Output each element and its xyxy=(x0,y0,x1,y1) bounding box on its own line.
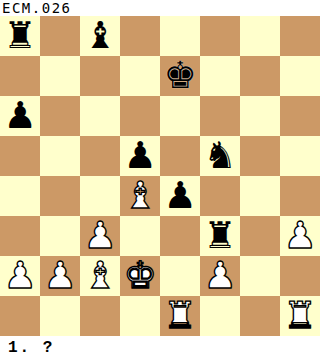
square-c4[interactable] xyxy=(80,176,120,216)
black-pawn[interactable]: ♟ xyxy=(123,137,156,174)
black-bishop[interactable]: ♝ xyxy=(83,17,116,54)
square-f8[interactable] xyxy=(200,16,240,56)
square-c7[interactable] xyxy=(80,56,120,96)
square-d8[interactable] xyxy=(120,16,160,56)
square-g8[interactable] xyxy=(240,16,280,56)
square-c2[interactable]: ♝ xyxy=(80,256,120,296)
white-pawn[interactable]: ♟ xyxy=(43,257,76,294)
move-prompt: 1. ? xyxy=(0,336,320,360)
square-g5[interactable] xyxy=(240,136,280,176)
square-h5[interactable] xyxy=(280,136,320,176)
white-king[interactable]: ♚ xyxy=(123,257,156,294)
square-d2[interactable]: ♚ xyxy=(120,256,160,296)
square-c5[interactable] xyxy=(80,136,120,176)
square-g1[interactable] xyxy=(240,296,280,336)
square-b5[interactable] xyxy=(40,136,80,176)
square-a4[interactable] xyxy=(0,176,40,216)
white-rook[interactable]: ♜ xyxy=(163,297,196,334)
square-b8[interactable] xyxy=(40,16,80,56)
square-h4[interactable] xyxy=(280,176,320,216)
square-e3[interactable] xyxy=(160,216,200,256)
square-f7[interactable] xyxy=(200,56,240,96)
square-c6[interactable] xyxy=(80,96,120,136)
square-b1[interactable] xyxy=(40,296,80,336)
square-e8[interactable] xyxy=(160,16,200,56)
square-f3[interactable]: ♜ xyxy=(200,216,240,256)
black-rook[interactable]: ♜ xyxy=(3,17,36,54)
square-d4[interactable]: ♝ xyxy=(120,176,160,216)
black-king[interactable]: ♚ xyxy=(163,57,196,94)
square-f5[interactable]: ♞ xyxy=(200,136,240,176)
square-h7[interactable] xyxy=(280,56,320,96)
square-b6[interactable] xyxy=(40,96,80,136)
square-e5[interactable] xyxy=(160,136,200,176)
square-d6[interactable] xyxy=(120,96,160,136)
square-d7[interactable] xyxy=(120,56,160,96)
square-c8[interactable]: ♝ xyxy=(80,16,120,56)
white-pawn[interactable]: ♟ xyxy=(83,217,116,254)
square-c1[interactable] xyxy=(80,296,120,336)
square-e6[interactable] xyxy=(160,96,200,136)
black-pawn[interactable]: ♟ xyxy=(163,177,196,214)
square-h3[interactable]: ♟ xyxy=(280,216,320,256)
square-a1[interactable] xyxy=(0,296,40,336)
square-d5[interactable]: ♟ xyxy=(120,136,160,176)
chess-board: ♜♝♚♟♟♞♝♟♟♜♟♟♟♝♚♟♜♜ xyxy=(0,16,320,336)
square-b4[interactable] xyxy=(40,176,80,216)
square-g7[interactable] xyxy=(240,56,280,96)
white-pawn[interactable]: ♟ xyxy=(3,257,36,294)
white-rook[interactable]: ♜ xyxy=(283,297,316,334)
square-d3[interactable] xyxy=(120,216,160,256)
square-g3[interactable] xyxy=(240,216,280,256)
chess-puzzle-app: ECM.026 ♜♝♚♟♟♞♝♟♟♜♟♟♟♝♚♟♜♜ 1. ? xyxy=(0,0,320,360)
square-a8[interactable]: ♜ xyxy=(0,16,40,56)
square-b7[interactable] xyxy=(40,56,80,96)
square-b3[interactable] xyxy=(40,216,80,256)
square-f1[interactable] xyxy=(200,296,240,336)
square-a7[interactable] xyxy=(0,56,40,96)
square-g6[interactable] xyxy=(240,96,280,136)
square-b2[interactable]: ♟ xyxy=(40,256,80,296)
puzzle-title: ECM.026 xyxy=(0,0,320,16)
square-a5[interactable] xyxy=(0,136,40,176)
square-h8[interactable] xyxy=(280,16,320,56)
square-e7[interactable]: ♚ xyxy=(160,56,200,96)
white-bishop[interactable]: ♝ xyxy=(83,257,116,294)
white-pawn[interactable]: ♟ xyxy=(203,257,236,294)
black-knight[interactable]: ♞ xyxy=(203,137,236,174)
square-e4[interactable]: ♟ xyxy=(160,176,200,216)
square-g4[interactable] xyxy=(240,176,280,216)
black-rook[interactable]: ♜ xyxy=(203,217,236,254)
square-f4[interactable] xyxy=(200,176,240,216)
black-pawn[interactable]: ♟ xyxy=(3,97,36,134)
square-e2[interactable] xyxy=(160,256,200,296)
square-a6[interactable]: ♟ xyxy=(0,96,40,136)
square-e1[interactable]: ♜ xyxy=(160,296,200,336)
white-bishop[interactable]: ♝ xyxy=(123,177,156,214)
square-f6[interactable] xyxy=(200,96,240,136)
square-a3[interactable] xyxy=(0,216,40,256)
square-d1[interactable] xyxy=(120,296,160,336)
square-f2[interactable]: ♟ xyxy=(200,256,240,296)
white-pawn[interactable]: ♟ xyxy=(283,217,316,254)
square-g2[interactable] xyxy=(240,256,280,296)
square-h6[interactable] xyxy=(280,96,320,136)
square-a2[interactable]: ♟ xyxy=(0,256,40,296)
square-c3[interactable]: ♟ xyxy=(80,216,120,256)
square-h1[interactable]: ♜ xyxy=(280,296,320,336)
square-h2[interactable] xyxy=(280,256,320,296)
